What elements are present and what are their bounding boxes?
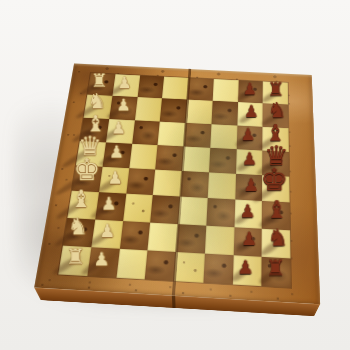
- square-e8: [262, 175, 289, 202]
- square-d7: [236, 149, 263, 175]
- square-a3: [137, 75, 164, 98]
- square-c4: [158, 121, 186, 146]
- square-c6: [210, 124, 237, 149]
- square-g2: [91, 219, 123, 248]
- square-h6: [203, 253, 233, 284]
- square-a1: [87, 73, 115, 96]
- square-g3: [119, 221, 150, 251]
- square-f5: [178, 197, 207, 225]
- square-g5: [176, 224, 206, 254]
- square-e7: [235, 174, 263, 201]
- square-e6: [207, 172, 235, 199]
- square-g8: [262, 228, 291, 258]
- square-c3: [132, 120, 160, 145]
- square-h5: [174, 252, 205, 283]
- square-a5: [187, 78, 213, 101]
- square-f4: [150, 195, 180, 223]
- square-e4: [153, 170, 182, 197]
- square-d8: [262, 150, 289, 176]
- square-c5: [184, 123, 211, 148]
- square-a6: [212, 79, 238, 102]
- square-g7: [233, 227, 262, 257]
- square-e1: [72, 165, 103, 192]
- fold-seam-front: [172, 296, 175, 309]
- square-f2: [95, 192, 126, 220]
- square-d3: [129, 144, 158, 170]
- square-f1: [67, 191, 98, 219]
- square-b1: [84, 95, 113, 119]
- square-a7: [238, 80, 263, 103]
- square-d2: [102, 142, 131, 168]
- square-g1: [63, 218, 95, 247]
- square-d6: [209, 148, 236, 174]
- square-b5: [186, 100, 213, 124]
- chess-box: ♜♞♝♛♚♝♞♜♟♟♟♟♟♟♟♟♟♟♟♟♟♟♟♟♜♞♝♛♚♝♞♜: [34, 63, 320, 304]
- square-f3: [123, 194, 153, 222]
- square-b6: [211, 101, 237, 125]
- square-h7: [232, 255, 261, 286]
- square-h2: [87, 247, 119, 278]
- square-d1: [76, 141, 106, 167]
- square-g4: [148, 222, 178, 252]
- square-h3: [116, 249, 148, 280]
- photo-stage: ♜♞♝♛♚♝♞♜♟♟♟♟♟♟♟♟♟♟♟♟♟♟♟♟♜♞♝♛♚♝♞♜: [0, 0, 350, 350]
- square-a2: [112, 74, 140, 97]
- square-g6: [205, 225, 234, 255]
- square-c1: [80, 117, 109, 142]
- square-e3: [126, 168, 156, 195]
- square-f6: [206, 198, 235, 227]
- square-e2: [99, 167, 129, 194]
- square-c2: [106, 119, 135, 144]
- square-c7: [236, 125, 262, 150]
- square-d4: [155, 145, 183, 171]
- square-f7: [234, 200, 262, 229]
- square-a8: [263, 81, 288, 104]
- square-b2: [109, 96, 137, 120]
- square-h8: [262, 257, 291, 288]
- square-c8: [263, 126, 289, 151]
- square-b8: [263, 103, 289, 127]
- square-d5: [182, 146, 210, 172]
- square-h1: [58, 245, 91, 276]
- square-b7: [237, 102, 263, 126]
- square-b4: [160, 98, 187, 122]
- box-front-face: [34, 288, 320, 317]
- square-h4: [145, 250, 176, 281]
- square-f8: [262, 201, 290, 230]
- square-b3: [135, 97, 163, 121]
- square-a4: [162, 77, 189, 100]
- square-e5: [180, 171, 209, 198]
